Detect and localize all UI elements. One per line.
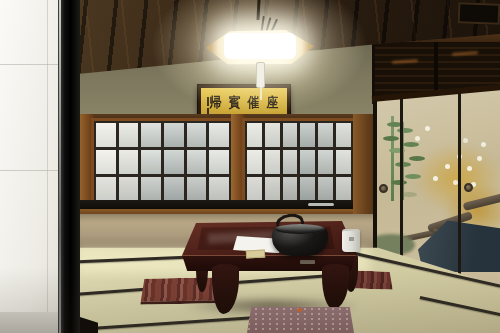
window-pane <box>300 123 315 147</box>
bamboo-stalk <box>391 116 394 201</box>
plaque-character: 帰 <box>210 95 222 109</box>
window-pane <box>247 150 262 174</box>
window-pane <box>141 123 161 147</box>
window-pane <box>283 150 298 174</box>
window-pane <box>336 150 351 174</box>
window-pane <box>119 177 139 201</box>
window-pane <box>300 150 315 174</box>
window-pane <box>119 150 139 174</box>
shoji-seam <box>0 64 62 65</box>
window-pane <box>209 123 229 147</box>
cushion-tuft <box>297 308 302 312</box>
pot-rim <box>275 224 325 234</box>
shoji-bottom-rail <box>0 312 62 333</box>
window-pane <box>164 177 184 201</box>
plum-blossoms <box>433 176 438 181</box>
window-pane <box>283 177 298 201</box>
shoji-seam <box>47 0 48 312</box>
plaque-face: 座 催 賓 帰 <box>201 88 287 115</box>
window-pane <box>283 123 298 147</box>
shoji-seam <box>0 170 62 171</box>
corner-transom-panel <box>458 2 500 24</box>
waste-bin-mark <box>349 237 354 241</box>
window-pane <box>209 177 229 201</box>
plaque-character: 催 <box>248 95 260 109</box>
window-pane <box>164 123 184 147</box>
lamp-pull-pendant <box>256 62 265 88</box>
tatami-room-photo: 座 催 賓 帰 <box>0 0 500 333</box>
window-pane <box>265 150 280 174</box>
window-pane <box>141 150 161 174</box>
window-pane <box>96 177 116 201</box>
foreground-shoji-panel <box>0 0 62 333</box>
plaque-character: 座 <box>267 95 279 109</box>
window-pane <box>187 150 207 174</box>
window-pane <box>247 177 262 201</box>
lamp-light-core <box>224 33 296 59</box>
left-window-glass <box>94 121 231 203</box>
table-apron-handle <box>300 260 315 264</box>
window-pane <box>187 123 207 147</box>
window-pane <box>300 177 315 201</box>
window-left <box>91 118 234 206</box>
window-pane <box>318 150 333 174</box>
window-pane <box>336 177 351 201</box>
window-pane <box>96 123 116 147</box>
window-pane <box>336 123 351 147</box>
window-pane <box>209 150 229 174</box>
pillar-highlight <box>59 0 61 333</box>
fusuma-panel-divider <box>458 88 461 292</box>
plaque-signature-marks <box>207 97 209 106</box>
window-pane <box>96 150 116 174</box>
fusuma-door-pull <box>379 184 388 193</box>
window-pane <box>265 123 280 147</box>
window-pane <box>164 150 184 174</box>
window-pane <box>247 123 262 147</box>
right-window-glass <box>245 121 353 203</box>
window-pane <box>119 123 139 147</box>
black-lacquer-pillar <box>58 0 80 333</box>
window-pane <box>318 177 333 201</box>
plaque-character: 賓 <box>229 95 241 109</box>
fusuma-door-pull <box>464 183 473 192</box>
lamp-pull-string <box>260 87 262 100</box>
card-on-table <box>246 250 265 259</box>
window-right <box>242 118 356 206</box>
window-pane <box>265 177 280 201</box>
window-pane <box>318 123 333 147</box>
window-latch <box>308 203 334 206</box>
window-pane <box>187 177 207 201</box>
window-pane <box>141 177 161 201</box>
